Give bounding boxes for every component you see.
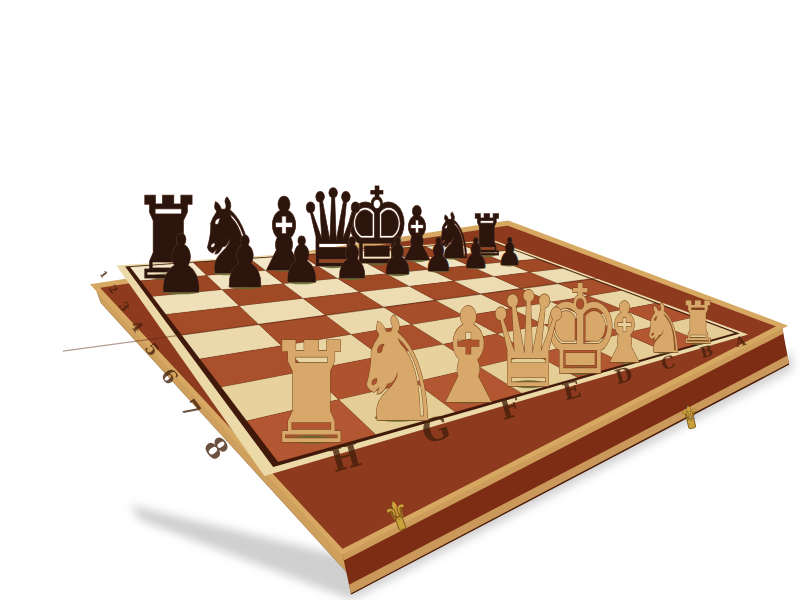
chess-set-photo: 12345678HGFEDCBA ⚜⚜ ♜♞♝♚♟♛♟♟♝♟♞♟♜♟♟♟♜♞♝♚… bbox=[0, 0, 800, 600]
piece-dark-pawn-e2[interactable]: ♟ bbox=[333, 226, 371, 292]
piece-dark-pawn-h2[interactable]: ♟ bbox=[155, 217, 208, 311]
svg-text:♞: ♞ bbox=[349, 286, 445, 454]
svg-text:♟: ♟ bbox=[423, 228, 454, 283]
piece-dark-pawn-g2[interactable]: ♟ bbox=[222, 221, 269, 304]
svg-text:♜: ♜ bbox=[265, 312, 358, 475]
svg-text:♟: ♟ bbox=[381, 227, 415, 287]
rank-label-1: 1 bbox=[97, 268, 110, 280]
svg-text:♟: ♟ bbox=[281, 223, 323, 297]
board-scene-svg: 12345678HGFEDCBA ⚜⚜ ♜♞♝♚♟♛♟♟♝♟♞♟♜♟♟♟♜♞♝♚… bbox=[0, 0, 800, 600]
svg-text:♟: ♟ bbox=[155, 217, 208, 311]
svg-text:♟: ♟ bbox=[222, 221, 269, 304]
piece-light-knight-g8[interactable]: ♞ bbox=[349, 286, 445, 454]
piece-dark-pawn-d2[interactable]: ♟ bbox=[381, 227, 415, 287]
svg-text:♟: ♟ bbox=[333, 226, 371, 292]
piece-dark-pawn-c2[interactable]: ♟ bbox=[423, 228, 454, 283]
piece-light-rook-h8[interactable]: ♜ bbox=[265, 312, 358, 475]
piece-dark-pawn-f2[interactable]: ♟ bbox=[281, 223, 323, 297]
